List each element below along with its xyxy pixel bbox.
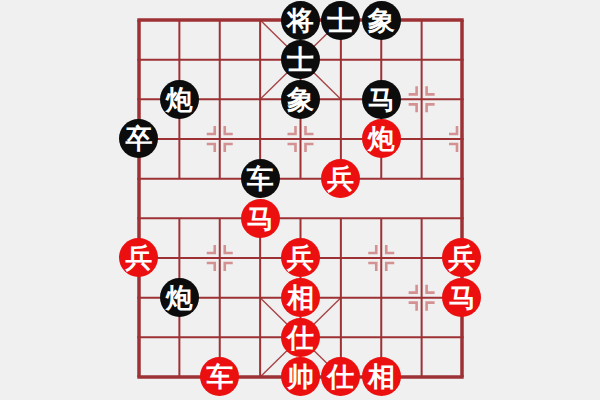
- red-elephant[interactable]: 相: [362, 357, 401, 396]
- red-chariot[interactable]: 车: [200, 357, 239, 396]
- black-advisor[interactable]: 士: [281, 40, 320, 79]
- black-elephant[interactable]: 象: [281, 80, 320, 119]
- xiangqi-board[interactable]: 将士象士炮象马卒车炮兵马兵兵兵炮相马仕车帅仕相: [119, 0, 482, 397]
- black-elephant[interactable]: 象: [362, 1, 401, 40]
- red-advisor[interactable]: 仕: [321, 357, 360, 396]
- red-advisor[interactable]: 仕: [281, 318, 320, 357]
- red-pawn[interactable]: 兵: [281, 238, 320, 277]
- black-general[interactable]: 将: [281, 1, 320, 40]
- red-pawn[interactable]: 兵: [119, 238, 158, 277]
- black-advisor[interactable]: 士: [321, 1, 360, 40]
- black-horse[interactable]: 马: [362, 80, 401, 119]
- red-elephant[interactable]: 相: [281, 278, 320, 317]
- black-cannon[interactable]: 炮: [160, 80, 199, 119]
- black-pawn[interactable]: 卒: [119, 119, 158, 158]
- red-horse[interactable]: 马: [442, 278, 481, 317]
- red-cannon[interactable]: 炮: [362, 119, 401, 158]
- red-general[interactable]: 帅: [281, 357, 320, 396]
- black-chariot[interactable]: 车: [241, 159, 280, 198]
- red-pawn[interactable]: 兵: [321, 159, 360, 198]
- red-pawn[interactable]: 兵: [442, 238, 481, 277]
- red-horse[interactable]: 马: [241, 199, 280, 238]
- black-cannon[interactable]: 炮: [160, 278, 199, 317]
